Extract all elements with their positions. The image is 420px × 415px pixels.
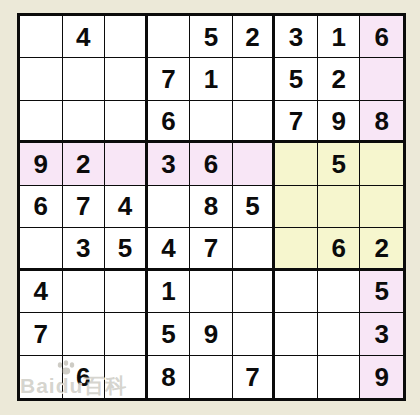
- cell-r3c5[interactable]: [190, 101, 233, 143]
- cell-r8c9[interactable]: 3: [360, 313, 403, 355]
- cell-r9c3[interactable]: [105, 356, 148, 398]
- cell-r4c1[interactable]: 9: [20, 143, 63, 185]
- cell-r8c6[interactable]: [233, 313, 276, 355]
- sudoku-grid: 4523167152679892365674853547624157593687…: [17, 13, 406, 401]
- cell-r2c9[interactable]: [360, 58, 403, 100]
- cell-r2c6[interactable]: [233, 58, 276, 100]
- cell-r1c6[interactable]: 2: [233, 16, 276, 58]
- cell-r7c7[interactable]: [275, 271, 318, 313]
- cell-r2c2[interactable]: [63, 58, 106, 100]
- cell-r4c6[interactable]: [233, 143, 276, 185]
- cell-r6c7[interactable]: [275, 228, 318, 270]
- cell-r2c5[interactable]: 1: [190, 58, 233, 100]
- cell-r7c5[interactable]: [190, 271, 233, 313]
- cell-r8c1[interactable]: 7: [20, 313, 63, 355]
- cell-r7c9[interactable]: 5: [360, 271, 403, 313]
- cell-r8c5[interactable]: 9: [190, 313, 233, 355]
- cell-r3c8[interactable]: 9: [318, 101, 361, 143]
- cell-r3c4[interactable]: 6: [148, 101, 191, 143]
- cell-r1c3[interactable]: [105, 16, 148, 58]
- cell-r3c1[interactable]: [20, 101, 63, 143]
- cell-r4c4[interactable]: 3: [148, 143, 191, 185]
- cell-r6c2[interactable]: 3: [63, 228, 106, 270]
- cell-r3c2[interactable]: [63, 101, 106, 143]
- cell-r3c9[interactable]: 8: [360, 101, 403, 143]
- cell-r9c4[interactable]: 8: [148, 356, 191, 398]
- cell-r5c4[interactable]: [148, 186, 191, 228]
- cell-r6c6[interactable]: [233, 228, 276, 270]
- cell-r8c4[interactable]: 5: [148, 313, 191, 355]
- cell-r2c7[interactable]: 5: [275, 58, 318, 100]
- cell-r1c8[interactable]: 1: [318, 16, 361, 58]
- cell-r5c9[interactable]: [360, 186, 403, 228]
- cell-r4c2[interactable]: 2: [63, 143, 106, 185]
- cell-r7c6[interactable]: [233, 271, 276, 313]
- cell-r8c7[interactable]: [275, 313, 318, 355]
- cell-r5c5[interactable]: 8: [190, 186, 233, 228]
- cell-r2c4[interactable]: 7: [148, 58, 191, 100]
- cell-r3c7[interactable]: 7: [275, 101, 318, 143]
- cell-r5c3[interactable]: 4: [105, 186, 148, 228]
- cell-r9c2[interactable]: 6: [63, 356, 106, 398]
- cell-r8c3[interactable]: [105, 313, 148, 355]
- cell-r9c1[interactable]: [20, 356, 63, 398]
- cell-r1c7[interactable]: 3: [275, 16, 318, 58]
- cell-r4c9[interactable]: [360, 143, 403, 185]
- cell-r7c1[interactable]: 4: [20, 271, 63, 313]
- cell-r1c1[interactable]: [20, 16, 63, 58]
- cell-r4c7[interactable]: [275, 143, 318, 185]
- cell-r9c5[interactable]: [190, 356, 233, 398]
- cell-r7c8[interactable]: [318, 271, 361, 313]
- cell-r6c1[interactable]: [20, 228, 63, 270]
- cell-r8c8[interactable]: [318, 313, 361, 355]
- cell-r4c3[interactable]: [105, 143, 148, 185]
- cell-r2c1[interactable]: [20, 58, 63, 100]
- sudoku-page: 4523167152679892365674853547624157593687…: [0, 0, 420, 415]
- cell-r3c6[interactable]: [233, 101, 276, 143]
- cell-r4c5[interactable]: 6: [190, 143, 233, 185]
- cell-r5c8[interactable]: [318, 186, 361, 228]
- cell-r1c2[interactable]: 4: [63, 16, 106, 58]
- cell-r9c7[interactable]: [275, 356, 318, 398]
- cell-r5c1[interactable]: 6: [20, 186, 63, 228]
- cell-r9c8[interactable]: [318, 356, 361, 398]
- cell-r6c3[interactable]: 5: [105, 228, 148, 270]
- cell-r5c7[interactable]: [275, 186, 318, 228]
- cell-r7c4[interactable]: 1: [148, 271, 191, 313]
- cell-r1c4[interactable]: [148, 16, 191, 58]
- cell-r6c8[interactable]: 6: [318, 228, 361, 270]
- cell-r4c8[interactable]: 5: [318, 143, 361, 185]
- cell-r1c5[interactable]: 5: [190, 16, 233, 58]
- cell-r1c9[interactable]: 6: [360, 16, 403, 58]
- cell-r7c2[interactable]: [63, 271, 106, 313]
- cell-r5c6[interactable]: 5: [233, 186, 276, 228]
- cell-r8c2[interactable]: [63, 313, 106, 355]
- cell-r5c2[interactable]: 7: [63, 186, 106, 228]
- cell-r3c3[interactable]: [105, 101, 148, 143]
- cell-r9c9[interactable]: 9: [360, 356, 403, 398]
- cell-r6c5[interactable]: 7: [190, 228, 233, 270]
- cell-r2c3[interactable]: [105, 58, 148, 100]
- cell-r6c4[interactable]: 4: [148, 228, 191, 270]
- cell-r7c3[interactable]: [105, 271, 148, 313]
- cell-r6c9[interactable]: 2: [360, 228, 403, 270]
- cell-r9c6[interactable]: 7: [233, 356, 276, 398]
- cell-r2c8[interactable]: 2: [318, 58, 361, 100]
